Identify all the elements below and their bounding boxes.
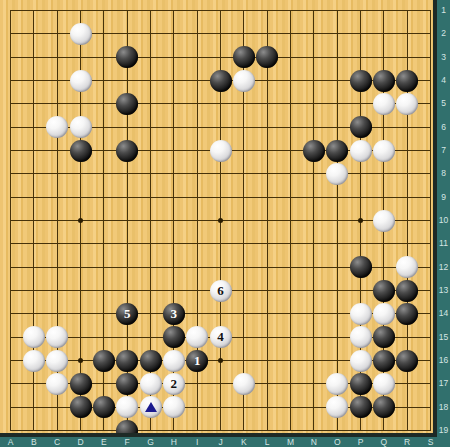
row-label-9: 9: [437, 192, 450, 203]
stone-black-F16[interactable]: [116, 350, 138, 372]
row-label-12: 12: [437, 262, 450, 273]
stone-black-F17[interactable]: [116, 373, 138, 395]
stone-white-P15[interactable]: [350, 326, 372, 348]
stone-white-H18[interactable]: [163, 396, 185, 418]
column-label-S: S: [424, 437, 438, 447]
stone-black-K3[interactable]: [233, 46, 255, 68]
row-label-17: 17: [437, 378, 450, 389]
stone-white-Q10[interactable]: [373, 210, 395, 232]
column-label-Q: Q: [377, 437, 391, 447]
move-number-label: 2: [171, 373, 178, 395]
stone-white-I15[interactable]: [186, 326, 208, 348]
stone-black-E18[interactable]: [93, 396, 115, 418]
stone-white-C6[interactable]: [46, 116, 68, 138]
go-board[interactable]: 531642: [0, 0, 450, 447]
stone-white-C15[interactable]: [46, 326, 68, 348]
column-label-F: F: [120, 437, 134, 447]
grid-line-vertical: [267, 10, 268, 431]
column-label-D: D: [74, 437, 88, 447]
stone-black-Q16[interactable]: [373, 350, 395, 372]
stone-white-D6[interactable]: [70, 116, 92, 138]
grid-line-vertical: [313, 10, 314, 431]
stone-white-H16[interactable]: [163, 350, 185, 372]
row-label-7: 7: [437, 145, 450, 156]
row-label-10: 10: [437, 215, 450, 226]
stone-black-J4[interactable]: [210, 70, 232, 92]
stone-black-L3[interactable]: [256, 46, 278, 68]
stone-white-G17[interactable]: [140, 373, 162, 395]
stone-white-F18[interactable]: [116, 396, 138, 418]
star-point-J10: [218, 218, 223, 223]
row-label-3: 3: [437, 52, 450, 63]
grid-line-horizontal: [10, 243, 431, 244]
stone-black-Q4[interactable]: [373, 70, 395, 92]
stone-black-Q18[interactable]: [373, 396, 395, 418]
star-point-D10: [78, 218, 83, 223]
stone-black-Q15[interactable]: [373, 326, 395, 348]
stone-black-R4[interactable]: [396, 70, 418, 92]
stone-black-O7[interactable]: [326, 140, 348, 162]
stone-black-H14[interactable]: 3: [163, 303, 185, 325]
stone-black-F5[interactable]: [116, 93, 138, 115]
column-label-E: E: [97, 437, 111, 447]
triangle-marker-icon: [145, 402, 157, 412]
stone-white-G18[interactable]: [140, 396, 162, 418]
column-label-P: P: [354, 437, 368, 447]
stone-white-O18[interactable]: [326, 396, 348, 418]
row-label-14: 14: [437, 308, 450, 319]
grid-line-vertical: [430, 10, 431, 431]
column-label-I: I: [190, 437, 204, 447]
stone-white-R5[interactable]: [396, 93, 418, 115]
row-label-5: 5: [437, 98, 450, 109]
stone-white-Q5[interactable]: [373, 93, 395, 115]
stone-white-J7[interactable]: [210, 140, 232, 162]
stone-black-G16[interactable]: [140, 350, 162, 372]
row-label-8: 8: [437, 168, 450, 179]
stone-black-R14[interactable]: [396, 303, 418, 325]
stone-black-D18[interactable]: [70, 396, 92, 418]
stone-black-I16[interactable]: 1: [186, 350, 208, 372]
row-label-19: 19: [437, 425, 450, 436]
move-number-label: 4: [217, 326, 224, 348]
stone-white-B15[interactable]: [23, 326, 45, 348]
stone-white-O8[interactable]: [326, 163, 348, 185]
column-label-B: B: [27, 437, 41, 447]
stone-black-R16[interactable]: [396, 350, 418, 372]
row-label-15: 15: [437, 332, 450, 343]
move-number-label: 1: [194, 350, 201, 372]
stone-black-P6[interactable]: [350, 116, 372, 138]
row-label-18: 18: [437, 402, 450, 413]
column-label-H: H: [167, 437, 181, 447]
stone-black-F7[interactable]: [116, 140, 138, 162]
row-label-4: 4: [437, 75, 450, 86]
stone-black-N7[interactable]: [303, 140, 325, 162]
star-point-P10: [358, 218, 363, 223]
grid-line-vertical: [290, 10, 291, 431]
stone-black-F14[interactable]: 5: [116, 303, 138, 325]
stone-black-Q13[interactable]: [373, 280, 395, 302]
star-point-J16: [218, 358, 223, 363]
stone-black-F3[interactable]: [116, 46, 138, 68]
grid-line-vertical: [337, 10, 338, 431]
column-label-A: A: [4, 437, 18, 447]
stone-white-P14[interactable]: [350, 303, 372, 325]
stone-white-P16[interactable]: [350, 350, 372, 372]
move-number-label: 6: [217, 280, 224, 302]
row-label-2: 2: [437, 28, 450, 39]
stone-white-P7[interactable]: [350, 140, 372, 162]
grid-line-horizontal: [10, 430, 431, 431]
stone-white-J15[interactable]: 4: [210, 326, 232, 348]
move-number-label: 5: [124, 303, 131, 325]
stone-black-P18[interactable]: [350, 396, 372, 418]
stone-black-R13[interactable]: [396, 280, 418, 302]
star-point-D16: [78, 358, 83, 363]
stone-white-O17[interactable]: [326, 373, 348, 395]
stone-white-K17[interactable]: [233, 373, 255, 395]
stone-black-E16[interactable]: [93, 350, 115, 372]
stone-white-Q17[interactable]: [373, 373, 395, 395]
stone-white-D2[interactable]: [70, 23, 92, 45]
stone-white-Q7[interactable]: [373, 140, 395, 162]
column-label-R: R: [400, 437, 414, 447]
stone-white-H17[interactable]: 2: [163, 373, 185, 395]
column-label-K: K: [237, 437, 251, 447]
stone-black-D17[interactable]: [70, 373, 92, 395]
stone-black-H15[interactable]: [163, 326, 185, 348]
go-game-screen: 531642 12345678910111213141516171819ABCD…: [0, 0, 450, 447]
stone-white-R12[interactable]: [396, 256, 418, 278]
move-number-label: 3: [171, 303, 178, 325]
row-label-16: 16: [437, 355, 450, 366]
row-label-13: 13: [437, 285, 450, 296]
stone-black-P4[interactable]: [350, 70, 372, 92]
stone-black-P17[interactable]: [350, 373, 372, 395]
column-label-N: N: [307, 437, 321, 447]
column-label-M: M: [284, 437, 298, 447]
column-label-O: O: [330, 437, 344, 447]
row-label-11: 11: [437, 238, 450, 249]
stone-white-D4[interactable]: [70, 70, 92, 92]
row-label-6: 6: [437, 122, 450, 133]
stone-white-C17[interactable]: [46, 373, 68, 395]
stone-black-P12[interactable]: [350, 256, 372, 278]
stone-black-D7[interactable]: [70, 140, 92, 162]
column-label-G: G: [144, 437, 158, 447]
stone-white-C16[interactable]: [46, 350, 68, 372]
column-label-L: L: [260, 437, 274, 447]
stone-white-K4[interactable]: [233, 70, 255, 92]
column-label-C: C: [50, 437, 64, 447]
stone-white-Q14[interactable]: [373, 303, 395, 325]
column-label-J: J: [214, 437, 228, 447]
stone-white-B16[interactable]: [23, 350, 45, 372]
row-label-1: 1: [437, 5, 450, 16]
stone-white-J13[interactable]: 6: [210, 280, 232, 302]
